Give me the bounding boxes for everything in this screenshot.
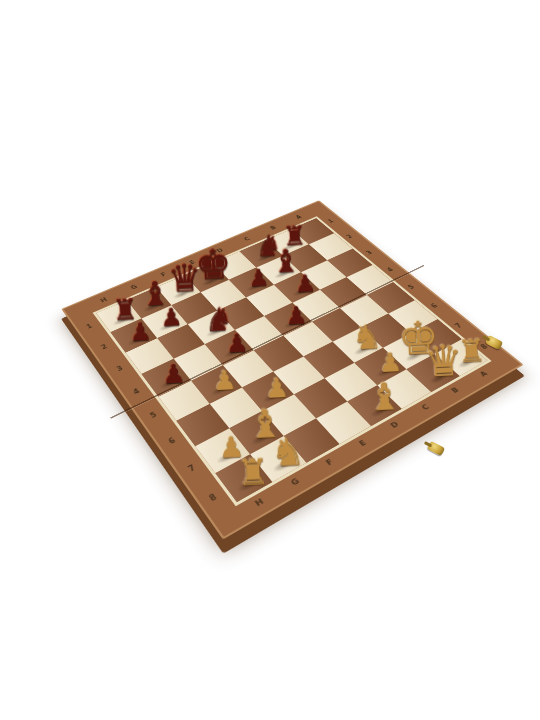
piece-light-knight[interactable]: ♞ (269, 432, 305, 472)
piece-dark-pawn[interactable]: ♟ (248, 266, 270, 290)
piece-dark-pawn[interactable]: ♟ (285, 303, 308, 329)
camera-tilt: HGFEDCBA HGFEDCBA 12345678 12345678 ♜♝♛♚… (0, 0, 540, 720)
pawn-icon: ♟ (294, 271, 316, 296)
piece-light-rook[interactable]: ♜ (236, 454, 269, 491)
piece-dark-pawn[interactable]: ♟ (128, 319, 151, 345)
pawn-icon: ♟ (212, 367, 237, 395)
piece-light-queen[interactable]: ♛ (423, 339, 463, 384)
product-photo: HGFEDCBA HGFEDCBA 12345678 12345678 ♜♝♛♚… (0, 0, 540, 720)
coordinate-label: 2 (90, 334, 119, 361)
piece-light-pawn[interactable]: ♟ (212, 367, 237, 395)
knight-icon: ♞ (269, 432, 305, 472)
chess-board: HGFEDCBA HGFEDCBA 12345678 12345678 ♜♝♛♚… (61, 200, 523, 539)
pawn-icon: ♟ (225, 331, 249, 357)
piece-dark-pawn[interactable]: ♟ (160, 305, 183, 330)
pawn-icon: ♟ (285, 303, 308, 329)
piece-light-pawn[interactable]: ♟ (264, 374, 289, 402)
board-frame: HGFEDCBA HGFEDCBA 12345678 12345678 ♜♝♛♚… (61, 200, 523, 539)
rook-icon: ♜ (236, 454, 269, 491)
piece-dark-pawn[interactable]: ♟ (225, 331, 249, 357)
scene: HGFEDCBA HGFEDCBA 12345678 12345678 ♜♝♛♚… (0, 0, 540, 720)
pawn-icon: ♟ (160, 305, 183, 330)
pawn-icon: ♟ (161, 361, 186, 388)
queen-icon: ♛ (167, 259, 203, 298)
piece-light-bishop[interactable]: ♝ (366, 377, 402, 417)
bishop-icon: ♝ (366, 377, 402, 417)
piece-dark-pawn[interactable]: ♟ (161, 361, 186, 388)
playing-grid: ♜♝♛♚♞♜♟♟♟♝♞♟♟♟♟♟♟♞♟♝♟♚♜♞♝♛♜ (93, 216, 492, 506)
pawn-icon: ♟ (248, 266, 270, 290)
piece-dark-queen[interactable]: ♛ (167, 259, 203, 298)
pawn-icon: ♟ (128, 319, 151, 345)
piece-light-pawn[interactable]: ♟ (378, 349, 403, 376)
piece-dark-pawn[interactable]: ♟ (294, 271, 316, 296)
pawn-icon: ♟ (378, 349, 403, 376)
queen-icon: ♛ (423, 339, 463, 384)
pawn-icon: ♟ (264, 374, 289, 402)
